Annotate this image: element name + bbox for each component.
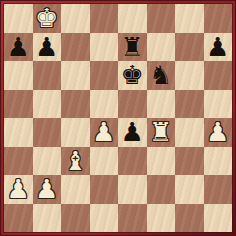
chess-board: ♚♟♟♜♟♚♞♟♟♜♟♝♟♟ <box>4 4 232 232</box>
piece-wP-a2[interactable]: ♟ <box>7 175 30 203</box>
board-frame: ♚♟♟♜♟♚♞♟♟♜♟♝♟♟ <box>0 0 236 236</box>
square-b3[interactable] <box>33 147 62 176</box>
square-c3[interactable]: ♝ <box>61 147 90 176</box>
square-a7[interactable]: ♟ <box>4 33 33 62</box>
square-b6[interactable] <box>33 61 62 90</box>
square-h6[interactable] <box>204 61 233 90</box>
square-f2[interactable] <box>147 175 176 204</box>
piece-wR-f4[interactable]: ♜ <box>149 118 172 146</box>
square-h8[interactable] <box>204 4 233 33</box>
piece-wB-c3[interactable]: ♝ <box>64 147 87 175</box>
square-b8[interactable]: ♚ <box>33 4 62 33</box>
square-b5[interactable] <box>33 90 62 119</box>
square-a1[interactable] <box>4 204 33 233</box>
piece-bP-h7[interactable]: ♟ <box>206 33 229 61</box>
square-a5[interactable] <box>4 90 33 119</box>
square-e3[interactable] <box>118 147 147 176</box>
square-h2[interactable] <box>204 175 233 204</box>
square-h4[interactable]: ♟ <box>204 118 233 147</box>
square-c6[interactable] <box>61 61 90 90</box>
square-d3[interactable] <box>90 147 119 176</box>
square-b2[interactable]: ♟ <box>33 175 62 204</box>
square-a2[interactable]: ♟ <box>4 175 33 204</box>
square-d7[interactable] <box>90 33 119 62</box>
square-g2[interactable] <box>175 175 204 204</box>
square-a8[interactable] <box>4 4 33 33</box>
square-f5[interactable] <box>147 90 176 119</box>
square-g8[interactable] <box>175 4 204 33</box>
square-f7[interactable] <box>147 33 176 62</box>
square-d6[interactable] <box>90 61 119 90</box>
square-f6[interactable]: ♞ <box>147 61 176 90</box>
piece-wP-b2[interactable]: ♟ <box>35 175 58 203</box>
square-g7[interactable] <box>175 33 204 62</box>
piece-wK-b8[interactable]: ♚ <box>35 4 58 32</box>
square-e5[interactable] <box>118 90 147 119</box>
square-g5[interactable] <box>175 90 204 119</box>
square-c8[interactable] <box>61 4 90 33</box>
square-h3[interactable] <box>204 147 233 176</box>
piece-bP-b7[interactable]: ♟ <box>35 33 58 61</box>
square-g3[interactable] <box>175 147 204 176</box>
square-b7[interactable]: ♟ <box>33 33 62 62</box>
square-d4[interactable]: ♟ <box>90 118 119 147</box>
square-e1[interactable] <box>118 204 147 233</box>
square-d2[interactable] <box>90 175 119 204</box>
square-e8[interactable] <box>118 4 147 33</box>
square-c4[interactable] <box>61 118 90 147</box>
piece-bP-e4[interactable]: ♟ <box>121 118 144 146</box>
square-b1[interactable] <box>33 204 62 233</box>
square-c5[interactable] <box>61 90 90 119</box>
square-g1[interactable] <box>175 204 204 233</box>
square-f4[interactable]: ♜ <box>147 118 176 147</box>
piece-wP-d4[interactable]: ♟ <box>92 118 115 146</box>
square-a4[interactable] <box>4 118 33 147</box>
square-c7[interactable] <box>61 33 90 62</box>
square-e2[interactable] <box>118 175 147 204</box>
square-g6[interactable] <box>175 61 204 90</box>
square-d1[interactable] <box>90 204 119 233</box>
square-c1[interactable] <box>61 204 90 233</box>
square-c2[interactable] <box>61 175 90 204</box>
piece-bR-e7[interactable]: ♜ <box>121 33 144 61</box>
square-a3[interactable] <box>4 147 33 176</box>
square-h1[interactable] <box>204 204 233 233</box>
square-f1[interactable] <box>147 204 176 233</box>
piece-bN-f6[interactable]: ♞ <box>149 61 172 89</box>
square-a6[interactable] <box>4 61 33 90</box>
piece-wP-h4[interactable]: ♟ <box>206 118 229 146</box>
piece-bK-e6[interactable]: ♚ <box>121 61 144 89</box>
piece-bP-a7[interactable]: ♟ <box>7 33 30 61</box>
square-b4[interactable] <box>33 118 62 147</box>
square-g4[interactable] <box>175 118 204 147</box>
square-h7[interactable]: ♟ <box>204 33 233 62</box>
square-e4[interactable]: ♟ <box>118 118 147 147</box>
square-e6[interactable]: ♚ <box>118 61 147 90</box>
square-f3[interactable] <box>147 147 176 176</box>
square-e7[interactable]: ♜ <box>118 33 147 62</box>
square-d5[interactable] <box>90 90 119 119</box>
square-f8[interactable] <box>147 4 176 33</box>
square-h5[interactable] <box>204 90 233 119</box>
square-d8[interactable] <box>90 4 119 33</box>
